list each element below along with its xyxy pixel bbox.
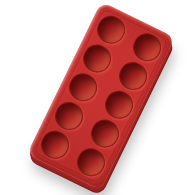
photo-canvas	[0, 0, 195, 195]
pit-r0c4[interactable]	[92, 11, 129, 48]
tray	[27, 2, 175, 191]
pit-r1c0[interactable]	[72, 144, 109, 181]
pit-r0c1[interactable]	[50, 97, 87, 134]
pit-r1c2[interactable]	[100, 86, 137, 123]
pit-grid	[27, 2, 175, 191]
pit-r1c3[interactable]	[114, 57, 151, 94]
pit-r0c0[interactable]	[36, 126, 73, 163]
pit-r0c2[interactable]	[64, 69, 101, 106]
pit-r1c1[interactable]	[86, 115, 123, 152]
pit-r0c3[interactable]	[78, 40, 115, 77]
tray-rotation-wrapper	[27, 2, 175, 191]
pit-r1c4[interactable]	[128, 29, 165, 66]
